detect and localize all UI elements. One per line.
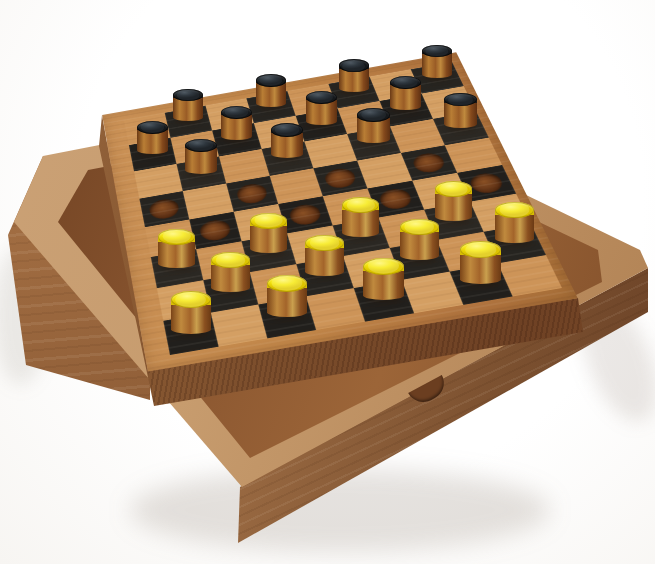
peg-hole-e4 [323,167,358,190]
checker-glyph: ● [463,241,499,258]
peg-cap: ● [158,229,195,244]
checker-glyph: ● [345,197,377,213]
checker-glyph: ● [307,91,334,104]
black-peg-g2[interactable]: ● [390,76,421,110]
peg-cap: ● [422,45,452,58]
checker-glyph: ● [161,229,193,244]
black-peg-h3[interactable]: ● [444,93,477,129]
peg-cap: ● [306,91,337,104]
peg-hole-c4 [235,182,269,205]
peg-hole-h5 [467,171,505,195]
peg-hole-g4 [411,151,448,174]
peg-cap: ● [390,76,421,89]
checker-glyph: ● [341,59,367,72]
checker-glyph: ● [359,108,387,122]
checker-glyph: ● [214,252,248,268]
checker-glyph: ● [187,139,215,153]
peg-hole-d5 [288,203,323,227]
yellow-peg-a6[interactable]: ● [158,229,195,268]
checker-glyph: ● [497,202,531,218]
checker-glyph: ● [308,235,342,251]
black-peg-f1[interactable]: ● [339,59,369,92]
checker-glyph: ● [402,219,436,235]
peg-hole-f5 [377,187,414,211]
yellow-peg-e6[interactable]: ● [342,197,379,236]
checker-glyph: ● [175,89,201,101]
peg-cap: ● [137,121,168,134]
black-peg-f3[interactable]: ● [357,108,390,143]
checker-glyph: ● [437,181,469,197]
peg-cap: ● [357,108,390,122]
yellow-peg-c6[interactable]: ● [250,213,287,252]
yellow-peg-g6[interactable]: ● [435,181,472,221]
square-b8 [211,304,268,346]
yellow-peg-e8[interactable]: ● [363,258,404,301]
peg-cap: ● [400,219,439,235]
yellow-peg-a8[interactable]: ● [171,291,211,333]
checker-glyph: ● [424,45,450,58]
peg-hole-b5 [198,218,232,242]
checker-glyph: ● [446,93,475,107]
black-peg-c2[interactable]: ● [221,106,252,140]
checker-glyph: ● [139,121,166,134]
peg-cap: ● [435,181,472,197]
checker-glyph: ● [366,258,402,275]
peg-cap: ● [221,106,252,119]
peg-cap: ● [339,59,369,72]
yellow-peg-g8[interactable]: ● [460,241,501,284]
checker-glyph: ● [258,74,284,87]
black-peg-d3[interactable]: ● [271,123,303,158]
peg-hole-a4 [148,197,180,220]
peg-cap: ● [171,291,211,308]
peg-cap: ● [271,123,303,137]
black-peg-b3[interactable]: ● [185,139,217,174]
black-peg-h1[interactable]: ● [422,45,452,78]
peg-cap: ● [185,139,217,153]
checker-glyph: ● [392,76,419,89]
scene: ●●●●●●●●●●●●●●●●●●●●●●●● [0,0,655,564]
checker-glyph: ● [252,213,284,229]
peg-cap: ● [342,197,379,213]
black-peg-d1[interactable]: ● [256,74,286,107]
peg-cap: ● [267,275,308,292]
yellow-peg-d7[interactable]: ● [305,235,344,276]
peg-cap: ● [211,252,250,268]
black-peg-e2[interactable]: ● [306,91,337,125]
yellow-peg-f7[interactable]: ● [400,219,439,260]
checker-glyph: ● [173,291,208,308]
black-peg-a2[interactable]: ● [137,121,168,155]
checker-glyph: ● [269,275,304,292]
checker-glyph: ● [273,123,301,137]
checker-glyph: ● [223,106,250,119]
peg-cap: ● [256,74,286,87]
yellow-peg-h7[interactable]: ● [495,202,534,243]
peg-cap: ● [250,213,287,229]
yellow-peg-b7[interactable]: ● [211,252,250,293]
black-peg-b1[interactable]: ● [173,89,203,122]
peg-cap: ● [363,258,404,275]
yellow-peg-c8[interactable]: ● [267,275,308,317]
